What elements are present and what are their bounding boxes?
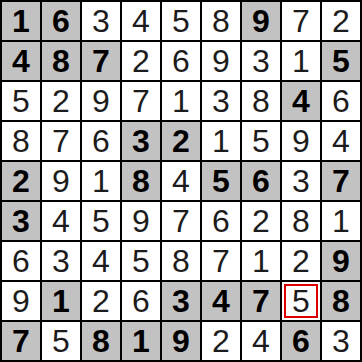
cell-r2c8[interactable]: 1 [282,42,322,82]
cell-r9c8[interactable]: 6 [282,322,322,362]
cell-r1c3[interactable]: 3 [82,2,122,42]
cell-r3c1[interactable]: 5 [2,82,42,122]
cell-r4c3[interactable]: 6 [82,122,122,162]
cell-r3c5[interactable]: 1 [162,82,202,122]
cell-r6c6[interactable]: 6 [202,202,242,242]
cell-r3c6[interactable]: 3 [202,82,242,122]
cell-r7c7[interactable]: 1 [242,242,282,282]
cell-r1c4[interactable]: 4 [122,2,162,42]
cell-r7c3[interactable]: 4 [82,242,122,282]
cell-r7c4[interactable]: 5 [122,242,162,282]
cell-r9c2[interactable]: 5 [42,322,82,362]
cell-r4c8[interactable]: 9 [282,122,322,162]
cell-r2c4[interactable]: 2 [122,42,162,82]
cell-r5c5[interactable]: 4 [162,162,202,202]
cell-r1c5[interactable]: 5 [162,2,202,42]
cell-r6c7[interactable]: 2 [242,202,282,242]
cell-r2c2[interactable]: 8 [42,42,82,82]
cell-r3c8[interactable]: 4 [282,82,322,122]
cell-r4c9[interactable]: 4 [322,122,362,162]
cell-r9c9[interactable]: 3 [322,322,362,362]
cell-r1c7[interactable]: 9 [242,2,282,42]
cell-r6c4[interactable]: 9 [122,202,162,242]
cell-r3c9[interactable]: 6 [322,82,362,122]
cell-r5c7[interactable]: 6 [242,162,282,202]
cell-r7c8[interactable]: 2 [282,242,322,282]
cell-r9c7[interactable]: 4 [242,322,282,362]
cell-r9c5[interactable]: 9 [162,322,202,362]
cell-r7c1[interactable]: 6 [2,242,42,282]
cell-r4c6[interactable]: 1 [202,122,242,162]
cell-r2c6[interactable]: 9 [202,42,242,82]
selected-cell-r8c8[interactable]: 5 [282,282,322,322]
cell-r3c2[interactable]: 2 [42,82,82,122]
cell-r6c1[interactable]: 3 [2,202,42,242]
cell-r2c1[interactable]: 4 [2,42,42,82]
cell-r3c4[interactable]: 7 [122,82,162,122]
cell-r5c4[interactable]: 8 [122,162,162,202]
cell-r2c5[interactable]: 6 [162,42,202,82]
cell-r8c5[interactable]: 3 [162,282,202,322]
cell-r2c7[interactable]: 3 [242,42,282,82]
sudoku-board: 1634589724872693155297138468763215942918… [0,0,362,362]
cell-r6c3[interactable]: 5 [82,202,122,242]
cell-r6c2[interactable]: 4 [42,202,82,242]
cell-r7c2[interactable]: 3 [42,242,82,282]
cell-r7c9[interactable]: 9 [322,242,362,282]
cell-r1c6[interactable]: 8 [202,2,242,42]
cell-r8c9[interactable]: 8 [322,282,362,322]
cell-r5c1[interactable]: 2 [2,162,42,202]
cell-r5c9[interactable]: 7 [322,162,362,202]
cell-r1c2[interactable]: 6 [42,2,82,42]
cell-r9c1[interactable]: 7 [2,322,42,362]
cell-r3c7[interactable]: 8 [242,82,282,122]
cell-r1c9[interactable]: 2 [322,2,362,42]
cell-r9c4[interactable]: 1 [122,322,162,362]
cell-r2c9[interactable]: 5 [322,42,362,82]
cell-r4c7[interactable]: 5 [242,122,282,162]
cell-r3c3[interactable]: 9 [82,82,122,122]
cell-r6c8[interactable]: 8 [282,202,322,242]
cell-r4c1[interactable]: 8 [2,122,42,162]
cell-r9c6[interactable]: 2 [202,322,242,362]
cell-r1c1[interactable]: 1 [2,2,42,42]
cell-r4c5[interactable]: 2 [162,122,202,162]
cell-r8c7[interactable]: 7 [242,282,282,322]
cell-r5c3[interactable]: 1 [82,162,122,202]
cell-r5c2[interactable]: 9 [42,162,82,202]
cell-r8c3[interactable]: 2 [82,282,122,322]
cell-r4c2[interactable]: 7 [42,122,82,162]
cell-r4c4[interactable]: 3 [122,122,162,162]
cell-r9c3[interactable]: 8 [82,322,122,362]
cell-r8c1[interactable]: 9 [2,282,42,322]
cell-r7c5[interactable]: 8 [162,242,202,282]
cell-r6c9[interactable]: 1 [322,202,362,242]
cell-r8c4[interactable]: 6 [122,282,162,322]
cell-r6c5[interactable]: 7 [162,202,202,242]
cell-r5c8[interactable]: 3 [282,162,322,202]
cell-r8c6[interactable]: 4 [202,282,242,322]
cell-r5c6[interactable]: 5 [202,162,242,202]
cell-r7c6[interactable]: 7 [202,242,242,282]
cell-r1c8[interactable]: 7 [282,2,322,42]
cell-r2c3[interactable]: 7 [82,42,122,82]
cell-r8c2[interactable]: 1 [42,282,82,322]
